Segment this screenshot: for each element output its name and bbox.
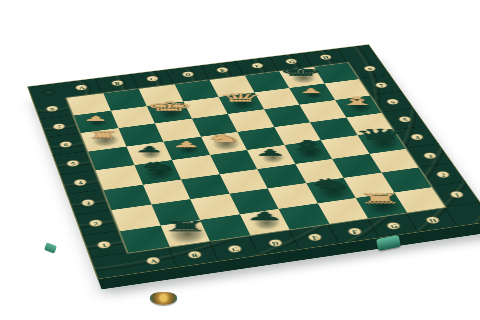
piece-black-king-g8[interactable]: ♚ bbox=[271, 61, 331, 77]
chess-photo-scene: AABBCCDDEEFFGGHH8877665544332211 ♚♟♚♛♟♜♝… bbox=[0, 0, 480, 320]
piece-white-king-c7[interactable]: ♚ bbox=[138, 95, 201, 112]
white-king-glyph: ♚ bbox=[144, 100, 194, 112]
metal-hinge-left-icon bbox=[44, 242, 57, 253]
black-king-glyph: ♚ bbox=[279, 67, 324, 78]
white-pawn-glyph: ♟ bbox=[299, 88, 325, 94]
piece-black-pawn-e4[interactable]: ♟ bbox=[239, 138, 303, 156]
piece-white-bishop-h6[interactable]: ♝ bbox=[326, 90, 389, 107]
piece-white-pawn-a7[interactable]: ♟ bbox=[65, 104, 129, 121]
piece-black-pawn-b5[interactable]: ♟ bbox=[117, 135, 182, 153]
black-queen-glyph: ♛ bbox=[352, 128, 409, 142]
black-pawn-glyph: ♟ bbox=[133, 145, 164, 153]
white-rook-glyph: ♜ bbox=[86, 131, 121, 140]
piece-white-queen-e7[interactable]: ♛ bbox=[210, 86, 271, 103]
piece-black-queen-h4[interactable]: ♛ bbox=[348, 124, 413, 142]
white-bishop-glyph: ♝ bbox=[336, 96, 379, 106]
chess-board-3d: AABBCCDDEEFFGGHH8877665544332211 ♚♟♚♛♟♜♝… bbox=[27, 44, 480, 279]
brass-clasp-front-icon bbox=[150, 292, 177, 305]
white-queen-glyph: ♛ bbox=[218, 92, 263, 103]
